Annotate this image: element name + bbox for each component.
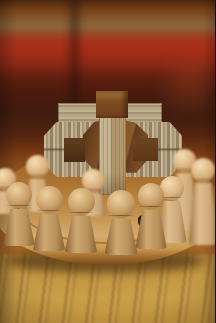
pawn-peg-C[interactable] — [33, 186, 65, 251]
peg-body — [105, 219, 138, 255]
pawn-peg-G[interactable] — [136, 183, 167, 249]
pawn-peg-D[interactable] — [65, 188, 97, 253]
pawn-peg-F[interactable] — [105, 190, 138, 255]
peg-body — [136, 210, 167, 249]
pawn-peg-J[interactable] — [189, 158, 216, 245]
photo-scene — [0, 0, 215, 323]
peg-head — [36, 186, 63, 213]
pawn-peg-A[interactable] — [4, 182, 35, 246]
peg-body — [4, 209, 35, 246]
peg-head — [107, 190, 135, 218]
peg-body — [65, 216, 97, 253]
peg-neck-ring — [192, 179, 214, 180]
peg-neck-ring — [139, 206, 162, 207]
peg-neck-ring — [69, 212, 93, 213]
peg-body — [189, 183, 216, 245]
wall-seam-line — [70, 0, 79, 156]
peg-neck-ring — [7, 205, 30, 206]
peg-neck-ring — [27, 175, 48, 176]
peg-head — [68, 188, 95, 215]
peg-neck-ring — [37, 210, 61, 211]
peg-neck-ring — [108, 215, 133, 216]
peg-body — [33, 214, 65, 251]
